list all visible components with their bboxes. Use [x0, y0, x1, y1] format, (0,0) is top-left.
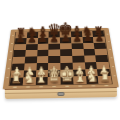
piece-black-pawn-e7: ♟ [61, 33, 71, 44]
square-a7: ♟ [15, 38, 27, 44]
square-h5 [95, 49, 108, 56]
piece-white-bishop-f1: ♝ [73, 69, 87, 84]
square-c7: ♟ [37, 38, 48, 44]
piece-white-knight-g1: ♞ [86, 70, 99, 84]
piece-black-pawn-a7: ♟ [15, 33, 25, 44]
square-d7: ♟ [49, 37, 60, 43]
frame-inlay-mark [113, 75, 115, 76]
square-h7: ♟ [93, 37, 105, 43]
chess-board-frame: ♜♞♝♛♚♝♞♜♟♟♟♟♟♟♟♟♟♟♟♟♟♟♟♟♜♞♝♛♚♝♞♜ [3, 28, 119, 90]
board-perspective-scene: ♜♞♝♛♚♝♞♜♟♟♟♟♟♟♟♟♟♟♟♟♟♟♟♟♜♞♝♛♚♝♞♜ [0, 25, 120, 87]
square-b5 [25, 50, 37, 57]
product-photo-chess-set: ♜♞♝♛♚♝♞♜♟♟♟♟♟♟♟♟♟♟♟♟♟♟♟♟♜♞♝♛♚♝♞♜ [0, 0, 120, 120]
chess-board-grid: ♜♞♝♛♚♝♞♜♟♟♟♟♟♟♟♟♟♟♟♟♟♟♟♟♜♞♝♛♚♝♞♜ [9, 30, 113, 86]
frame-inlay-mark [12, 35, 14, 36]
piece-white-rook-h1: ♜ [99, 71, 111, 84]
square-a6 [14, 44, 26, 50]
frame-inlay-mark [7, 68, 9, 69]
piece-black-pawn-c7: ♟ [38, 33, 48, 44]
frame-inlay-mark [9, 51, 11, 52]
piece-white-rook-a1: ♜ [10, 72, 22, 85]
piece-black-pawn-h7: ♟ [95, 32, 105, 43]
square-g1: ♞ [86, 76, 99, 84]
square-b7: ♟ [26, 38, 38, 44]
frame-inlay-mark [10, 43, 12, 44]
square-a1: ♜ [10, 78, 23, 86]
frame-inlay-mark [8, 59, 10, 60]
piece-black-pawn-b7: ♟ [27, 33, 37, 44]
frame-inlay-mark [106, 34, 108, 35]
square-h1: ♜ [98, 76, 112, 84]
square-e7: ♟ [60, 37, 71, 43]
frame-inlay-mark [112, 66, 114, 67]
frame-inlay-mark [109, 49, 111, 50]
frame-inlay-mark [107, 41, 109, 42]
piece-black-pawn-g7: ♟ [83, 32, 93, 43]
folding-chess-box: ♜♞♝♛♚♝♞♜♟♟♟♟♟♟♟♟♟♟♟♟♟♟♟♟♜♞♝♛♚♝♞♜ [0, 0, 120, 87]
piece-black-pawn-d7: ♟ [49, 33, 59, 44]
frame-inlay-mark [6, 77, 8, 78]
metal-clasp-icon [57, 92, 64, 96]
box-front-face [5, 87, 117, 99]
square-e1: ♚ [61, 77, 74, 85]
square-g7: ♟ [82, 37, 94, 43]
piece-black-pawn-f7: ♟ [72, 32, 82, 43]
square-f1: ♝ [73, 76, 86, 84]
frame-inlay-mark [110, 57, 112, 58]
square-f7: ♟ [71, 37, 83, 43]
